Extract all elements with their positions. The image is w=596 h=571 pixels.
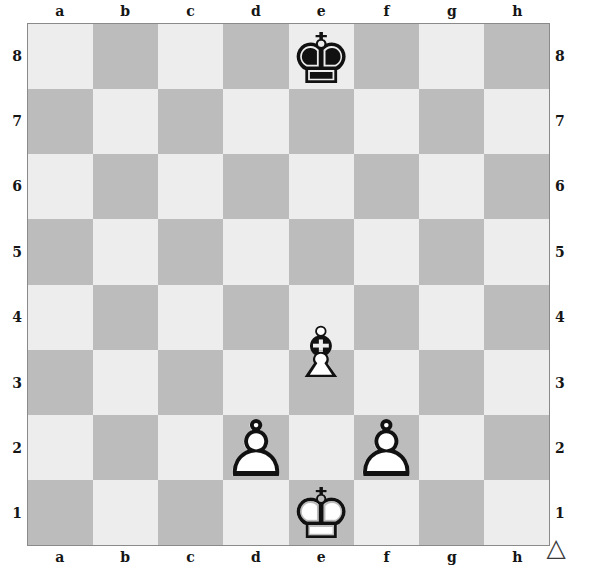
pawn-glyph: ♙ [223, 417, 288, 482]
square-b8[interactable] [93, 24, 158, 89]
black-king-piece[interactable]: ♚ [289, 26, 354, 91]
square-f6[interactable] [354, 154, 419, 219]
square-f2[interactable]: ♟♙ [354, 415, 419, 480]
square-f5[interactable] [354, 219, 419, 284]
rank-label-7: 7 [2, 88, 25, 153]
square-h1[interactable] [484, 480, 549, 545]
rank-label-4: 4 [553, 285, 577, 350]
bishop-glyph: ♗ [289, 321, 354, 386]
file-label-f: f [354, 547, 419, 567]
rank-label-6: 6 [553, 154, 577, 219]
rank-label-8: 8 [553, 23, 577, 88]
square-h8[interactable] [484, 24, 549, 89]
square-g3[interactable] [419, 350, 484, 415]
white-pawn-piece[interactable]: ♟♙ [223, 417, 288, 482]
square-c6[interactable] [158, 154, 223, 219]
rank-label-3: 3 [2, 350, 25, 415]
file-label-c: c [158, 1, 223, 21]
square-h5[interactable] [484, 219, 549, 284]
square-a5[interactable] [28, 219, 93, 284]
rank-label-6: 6 [2, 154, 25, 219]
white-to-move-indicator: △ [541, 532, 571, 562]
file-label-h: h [485, 1, 550, 21]
square-a2[interactable] [28, 415, 93, 480]
square-b3[interactable] [93, 350, 158, 415]
rank-label-1: 1 [2, 481, 25, 546]
square-d6[interactable] [223, 154, 288, 219]
square-h6[interactable] [484, 154, 549, 219]
rank-label-2: 2 [553, 415, 577, 480]
pawn-glyph: ♙ [354, 417, 419, 482]
white-bishop-piece[interactable]: ♝♗ [289, 321, 354, 386]
square-g5[interactable] [419, 219, 484, 284]
square-e2[interactable] [289, 415, 354, 480]
square-a7[interactable] [28, 89, 93, 154]
square-e1[interactable]: ♚♔ [289, 480, 354, 545]
file-label-a: a [27, 1, 92, 21]
square-e6[interactable] [289, 154, 354, 219]
square-b4[interactable] [93, 285, 158, 350]
square-a3[interactable] [28, 350, 93, 415]
file-label-g: g [419, 547, 484, 567]
square-e8[interactable]: ♚ [289, 24, 354, 89]
rank-label-8: 8 [2, 23, 25, 88]
square-g7[interactable] [419, 89, 484, 154]
rank-label-5: 5 [553, 219, 577, 284]
square-g1[interactable] [419, 480, 484, 545]
rank-labels-left: 87654321 [2, 23, 25, 546]
square-d2[interactable]: ♟♙ [223, 415, 288, 480]
square-h7[interactable] [484, 89, 549, 154]
file-labels-top: abcdefgh [27, 1, 550, 21]
square-b5[interactable] [93, 219, 158, 284]
white-king-piece[interactable]: ♚♔ [289, 482, 354, 547]
file-labels-bottom: abcdefgh [27, 547, 550, 567]
square-b1[interactable] [93, 480, 158, 545]
square-g2[interactable] [419, 415, 484, 480]
file-label-c: c [158, 547, 223, 567]
square-d8[interactable] [223, 24, 288, 89]
square-c7[interactable] [158, 89, 223, 154]
square-b2[interactable] [93, 415, 158, 480]
square-c5[interactable] [158, 219, 223, 284]
chess-diagram: abcdefgh 87654321 ♚♝♗♟♙♟♙♚♔ 87654321 abc… [0, 0, 596, 571]
square-g4[interactable] [419, 285, 484, 350]
square-h2[interactable] [484, 415, 549, 480]
square-f7[interactable] [354, 89, 419, 154]
square-d4[interactable] [223, 285, 288, 350]
square-d5[interactable] [223, 219, 288, 284]
file-label-f: f [354, 1, 419, 21]
square-h4[interactable] [484, 285, 549, 350]
square-a8[interactable] [28, 24, 93, 89]
square-e5[interactable] [289, 219, 354, 284]
file-label-a: a [27, 547, 92, 567]
rank-label-4: 4 [2, 285, 25, 350]
square-f8[interactable] [354, 24, 419, 89]
file-label-d: d [223, 547, 288, 567]
square-d7[interactable] [223, 89, 288, 154]
rank-labels-right: 87654321 [553, 23, 577, 546]
square-a4[interactable] [28, 285, 93, 350]
square-h3[interactable] [484, 350, 549, 415]
square-e3[interactable]: ♝♗ [289, 350, 354, 415]
king-glyph: ♔ [289, 482, 354, 547]
square-f4[interactable] [354, 285, 419, 350]
square-b7[interactable] [93, 89, 158, 154]
file-label-g: g [419, 1, 484, 21]
file-label-b: b [92, 1, 157, 21]
rank-label-7: 7 [553, 88, 577, 153]
square-g6[interactable] [419, 154, 484, 219]
square-a1[interactable] [28, 480, 93, 545]
file-label-d: d [223, 1, 288, 21]
rank-label-5: 5 [2, 219, 25, 284]
square-c2[interactable] [158, 415, 223, 480]
square-c1[interactable] [158, 480, 223, 545]
king-glyph: ♚ [289, 26, 354, 91]
rank-label-2: 2 [2, 415, 25, 480]
chess-board: ♚♝♗♟♙♟♙♚♔ [27, 23, 550, 546]
square-c8[interactable] [158, 24, 223, 89]
square-c3[interactable] [158, 350, 223, 415]
file-label-b: b [92, 547, 157, 567]
square-c4[interactable] [158, 285, 223, 350]
white-pawn-piece[interactable]: ♟♙ [354, 417, 419, 482]
square-b6[interactable] [93, 154, 158, 219]
square-g8[interactable] [419, 24, 484, 89]
rank-label-3: 3 [553, 350, 577, 415]
square-a6[interactable] [28, 154, 93, 219]
